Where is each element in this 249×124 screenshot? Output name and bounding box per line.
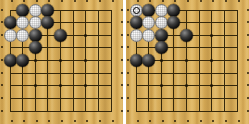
grid-line-vertical (98, 10, 99, 112)
coordinate-label-bottom (149, 120, 151, 122)
coordinate-label-left (1, 110, 3, 112)
coordinate-label-right (247, 46, 249, 48)
coordinate-label-left (1, 9, 3, 11)
coordinate-label-bottom (212, 120, 214, 122)
grid-line-vertical (237, 10, 238, 112)
coordinate-label-right (121, 72, 123, 74)
coordinate-label-bottom (187, 120, 189, 122)
coordinate-label-left (127, 46, 129, 48)
coordinate-label-right (121, 34, 123, 36)
hoshi-point (59, 59, 62, 62)
coordinate-label-top (137, 0, 139, 2)
black-stone (16, 54, 29, 67)
white-stone (16, 29, 29, 42)
grid-line-horizontal (136, 73, 238, 74)
coordinate-label-right (247, 34, 249, 36)
coordinate-label-bottom (162, 120, 164, 122)
coordinate-label-left (127, 34, 129, 36)
grid-line-vertical (73, 10, 74, 112)
hoshi-point (160, 59, 163, 62)
black-stone (41, 16, 54, 29)
coordinate-label-top (86, 0, 88, 2)
hoshi-point (210, 59, 213, 62)
coordinate-label-bottom (99, 120, 101, 122)
hoshi-point (84, 59, 87, 62)
coordinate-label-bottom (23, 120, 25, 122)
hoshi-point (160, 84, 163, 87)
go-board-right[interactable] (126, 0, 249, 124)
go-board-left[interactable] (0, 0, 123, 124)
coordinate-label-top (36, 0, 38, 2)
coordinate-label-bottom (112, 120, 114, 122)
coordinate-label-top (99, 0, 101, 2)
coordinate-label-right (247, 21, 249, 23)
hoshi-point (210, 84, 213, 87)
grid-line-horizontal (10, 98, 112, 99)
coordinate-label-top (174, 0, 176, 2)
coordinate-label-left (127, 110, 129, 112)
grid-line-horizontal (10, 73, 112, 74)
coordinate-label-right (121, 110, 123, 112)
coordinate-label-top (48, 0, 50, 2)
coordinate-label-left (1, 59, 3, 61)
coordinate-label-top (11, 0, 13, 2)
coordinate-label-bottom (225, 120, 227, 122)
grid-line-horizontal (10, 111, 112, 112)
coordinate-label-left (1, 34, 3, 36)
coordinate-label-top (149, 0, 151, 2)
coordinate-label-left (1, 97, 3, 99)
coordinate-label-right (121, 9, 123, 11)
coordinate-label-right (247, 9, 249, 11)
coordinate-label-right (121, 21, 123, 23)
black-stone (54, 29, 67, 42)
coordinate-label-right (247, 97, 249, 99)
coordinate-label-left (127, 72, 129, 74)
coordinate-label-left (1, 46, 3, 48)
hoshi-point (210, 34, 213, 37)
coordinate-label-bottom (48, 120, 50, 122)
coordinate-label-right (121, 59, 123, 61)
coordinate-label-left (127, 97, 129, 99)
coordinate-label-left (1, 21, 3, 23)
coordinate-label-left (127, 59, 129, 61)
coordinate-label-bottom (61, 120, 63, 122)
coordinate-label-right (247, 72, 249, 74)
coordinate-label-bottom (238, 120, 240, 122)
grid-line-vertical (199, 10, 200, 112)
hoshi-point (34, 59, 37, 62)
coordinate-label-left (127, 21, 129, 23)
hoshi-point (59, 84, 62, 87)
coordinate-label-right (247, 59, 249, 61)
white-stone (16, 16, 29, 29)
white-stone (142, 16, 155, 29)
coordinate-label-top (238, 0, 240, 2)
coordinate-label-bottom (200, 120, 202, 122)
coordinate-label-left (1, 72, 3, 74)
coordinate-label-right (121, 84, 123, 86)
hoshi-point (34, 84, 37, 87)
coordinate-label-bottom (11, 120, 13, 122)
coordinate-label-top (225, 0, 227, 2)
coordinate-label-bottom (174, 120, 176, 122)
grid-line-vertical (224, 10, 225, 112)
grid-line-vertical (111, 10, 112, 112)
coordinate-label-bottom (137, 120, 139, 122)
grid-line-horizontal (10, 47, 112, 48)
coordinate-label-right (247, 84, 249, 86)
hoshi-point (185, 59, 188, 62)
coordinate-label-top (212, 0, 214, 2)
black-stone (180, 29, 193, 42)
coordinate-label-right (247, 110, 249, 112)
coordinate-label-top (112, 0, 114, 2)
coordinate-label-left (127, 84, 129, 86)
white-stone (142, 29, 155, 42)
coordinate-label-left (1, 84, 3, 86)
grid-line-horizontal (136, 111, 238, 112)
coordinate-label-top (74, 0, 76, 2)
coordinate-label-top (162, 0, 164, 2)
coordinate-label-top (61, 0, 63, 2)
hoshi-point (84, 34, 87, 37)
coordinate-label-bottom (74, 120, 76, 122)
black-stone (167, 16, 180, 29)
hoshi-point (84, 84, 87, 87)
black-stone (155, 41, 168, 54)
coordinate-label-left (127, 9, 129, 11)
coordinate-label-top (187, 0, 189, 2)
coordinate-label-top (23, 0, 25, 2)
last-move-circle-marker (133, 7, 140, 14)
coordinate-label-right (121, 46, 123, 48)
coordinate-label-bottom (86, 120, 88, 122)
coordinate-label-top (200, 0, 202, 2)
tsumego-diagram-pair (0, 0, 249, 124)
grid-line-horizontal (136, 47, 238, 48)
coordinate-label-right (121, 97, 123, 99)
coordinate-label-bottom (36, 120, 38, 122)
black-stone (29, 41, 42, 54)
hoshi-point (185, 84, 188, 87)
black-stone (142, 54, 155, 67)
grid-line-horizontal (136, 98, 238, 99)
